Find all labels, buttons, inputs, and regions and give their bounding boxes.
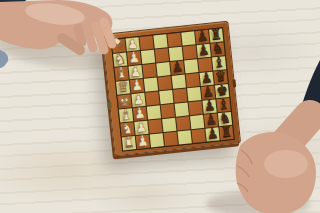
black-rook: ♜ — [220, 124, 233, 140]
white-knight: ♞ — [121, 121, 134, 137]
black-pawn: ♟ — [197, 42, 210, 58]
board-square — [156, 62, 170, 76]
board-square — [183, 45, 197, 59]
black-king: ♚ — [216, 83, 229, 99]
chess-board: ♜♟♟♜♞♟♟♞♝♟♟♝♛♟♟♛♚♟♟♚♝♟♟♝♞♟♟♞♜♟♟♜ — [102, 21, 241, 157]
white-knight: ♞ — [114, 51, 127, 67]
board-square: ♛ — [213, 70, 227, 84]
board-square: ♟ — [204, 113, 218, 127]
board-square: ♟ — [195, 30, 209, 44]
board-square — [147, 105, 161, 119]
board-square: ♟ — [128, 65, 142, 79]
black-pawn: ♟ — [200, 70, 213, 86]
board-square: ♝ — [212, 56, 226, 70]
board-square — [198, 58, 212, 72]
white-pawn: ♟ — [131, 77, 144, 93]
white-rook: ♜ — [123, 135, 136, 151]
board-square: ♟ — [134, 121, 148, 135]
board-square — [181, 31, 195, 45]
board-square: ♟ — [131, 93, 145, 107]
board-square — [159, 90, 173, 104]
board-playing-field: ♜♟♟♜♞♟♟♞♝♟♟♝♛♟♟♛♚♟♟♚♝♟♟♝♞♟♟♞♜♟♟♜ — [111, 27, 235, 151]
board-square: ♟ — [197, 44, 211, 58]
board-square: ♟ — [202, 99, 216, 113]
board-square — [187, 87, 201, 101]
board-square: ♟ — [201, 86, 215, 100]
board-square: ♟ — [200, 72, 214, 86]
board-square: ♜ — [112, 39, 126, 53]
white-pawn: ♟ — [128, 50, 141, 66]
white-pawn: ♟ — [135, 119, 148, 135]
board-square — [158, 76, 172, 90]
black-bishop: ♝ — [217, 96, 230, 112]
board-square — [148, 119, 162, 133]
board-square: ♞ — [218, 112, 232, 126]
board-square: ♟ — [130, 79, 144, 93]
board-square: ♜ — [209, 28, 223, 42]
board-square — [145, 91, 159, 105]
white-pawn: ♟ — [132, 91, 145, 107]
board-square: ♝ — [119, 108, 133, 122]
board-square: ♟ — [127, 51, 141, 65]
board-square — [167, 33, 181, 47]
black-bishop: ♝ — [213, 55, 226, 71]
white-pawn: ♟ — [136, 133, 149, 149]
board-square: ♜ — [219, 126, 233, 140]
board-square — [184, 59, 198, 73]
black-pawn: ♟ — [205, 112, 218, 128]
board-square: ♚ — [215, 84, 229, 98]
board-square — [153, 34, 167, 48]
white-pawn: ♟ — [129, 63, 142, 79]
board-square — [169, 47, 183, 61]
board-square — [186, 73, 200, 87]
board-square — [190, 115, 204, 129]
board-square — [189, 101, 203, 115]
board-square — [176, 116, 190, 130]
board-square — [142, 64, 156, 78]
black-pawn: ♟ — [203, 98, 216, 114]
board-square — [144, 77, 158, 91]
board-square — [178, 130, 192, 144]
black-rook: ♜ — [210, 27, 223, 43]
black-queen: ♛ — [214, 69, 227, 85]
white-rook: ♜ — [108, 32, 126, 50]
board-square: ♞ — [211, 42, 225, 56]
board-square — [173, 88, 187, 102]
white-bishop: ♝ — [120, 107, 133, 123]
board-square — [155, 48, 169, 62]
black-knight: ♞ — [219, 110, 232, 126]
white-king: ♚ — [118, 93, 131, 109]
board-square: ♟ — [126, 37, 140, 51]
board-square — [139, 36, 153, 50]
board-square: ♝ — [216, 98, 230, 112]
black-pawn: ♟ — [206, 126, 219, 142]
black-pawn: ♟ — [171, 59, 184, 75]
board-hinge-clasp — [107, 101, 112, 108]
white-bishop: ♝ — [115, 65, 128, 81]
white-pawn: ♟ — [126, 36, 139, 52]
board-square — [175, 102, 189, 116]
board-square: ♛ — [116, 80, 130, 94]
board-square: ♟ — [170, 61, 184, 75]
board-square: ♟ — [133, 107, 147, 121]
board-square — [162, 118, 176, 132]
board-square — [164, 132, 178, 146]
board-square: ♜ — [122, 136, 136, 150]
board-square: ♟ — [205, 127, 219, 141]
board-square — [191, 129, 205, 143]
white-pawn: ♟ — [134, 105, 147, 121]
black-pawn: ♟ — [202, 84, 215, 100]
board-square: ♞ — [113, 53, 127, 67]
black-pawn: ♟ — [196, 28, 209, 44]
board-square: ♟ — [136, 135, 150, 149]
board-square — [141, 50, 155, 64]
black-knight: ♞ — [211, 41, 224, 57]
board-square — [161, 104, 175, 118]
white-queen: ♛ — [117, 79, 130, 95]
board-square: ♝ — [115, 66, 129, 80]
board-square — [150, 133, 164, 147]
board-square: ♞ — [120, 122, 134, 136]
board-square: ♚ — [117, 94, 131, 108]
board-square — [172, 75, 186, 89]
